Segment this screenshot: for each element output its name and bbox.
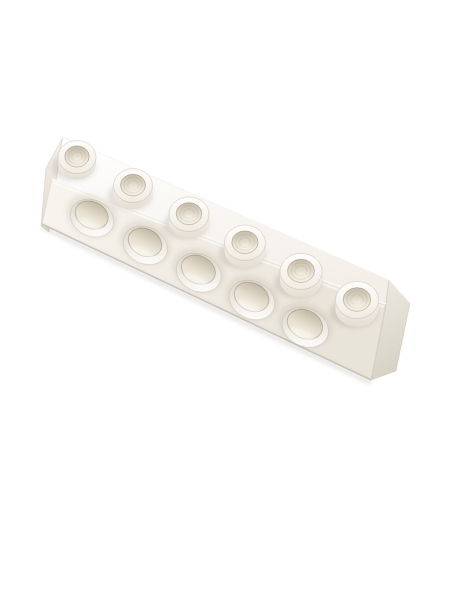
recess-lit-lip bbox=[238, 244, 254, 250]
lego-brick-illustration bbox=[0, 0, 450, 600]
recess-lit-lip bbox=[71, 158, 86, 164]
product-photo bbox=[0, 0, 450, 600]
recess-lit-lip bbox=[294, 273, 310, 279]
recess-lit-lip bbox=[350, 302, 367, 309]
recess-lit-lip bbox=[182, 216, 197, 222]
recess-lit-lip bbox=[127, 187, 142, 193]
